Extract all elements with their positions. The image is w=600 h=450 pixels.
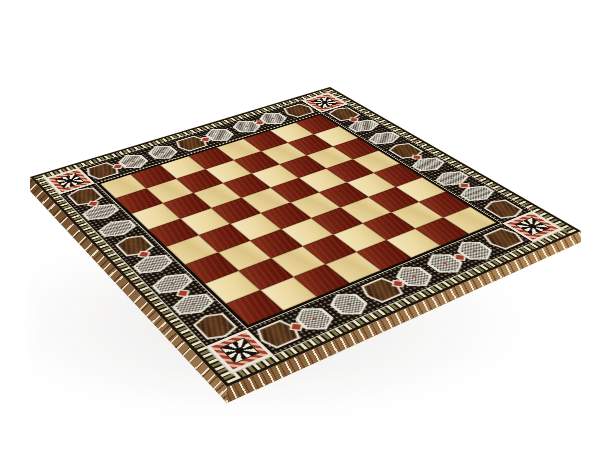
red-diamond-accent [460, 184, 467, 188]
product-photo-background [0, 0, 600, 450]
red-diamond-accent [256, 121, 263, 124]
red-diamond-accent [455, 255, 463, 260]
red-diamond-accent [413, 155, 420, 159]
red-diamond-accent [393, 281, 402, 286]
red-diamond-accent [113, 164, 121, 168]
red-diamond-accent [88, 202, 97, 206]
red-diamond-accent [350, 118, 357, 121]
red-diamond-accent [291, 323, 301, 329]
red-diamond-accent [139, 252, 148, 257]
red-diamond-accent [201, 138, 208, 141]
red-diamond-accent [178, 291, 188, 297]
